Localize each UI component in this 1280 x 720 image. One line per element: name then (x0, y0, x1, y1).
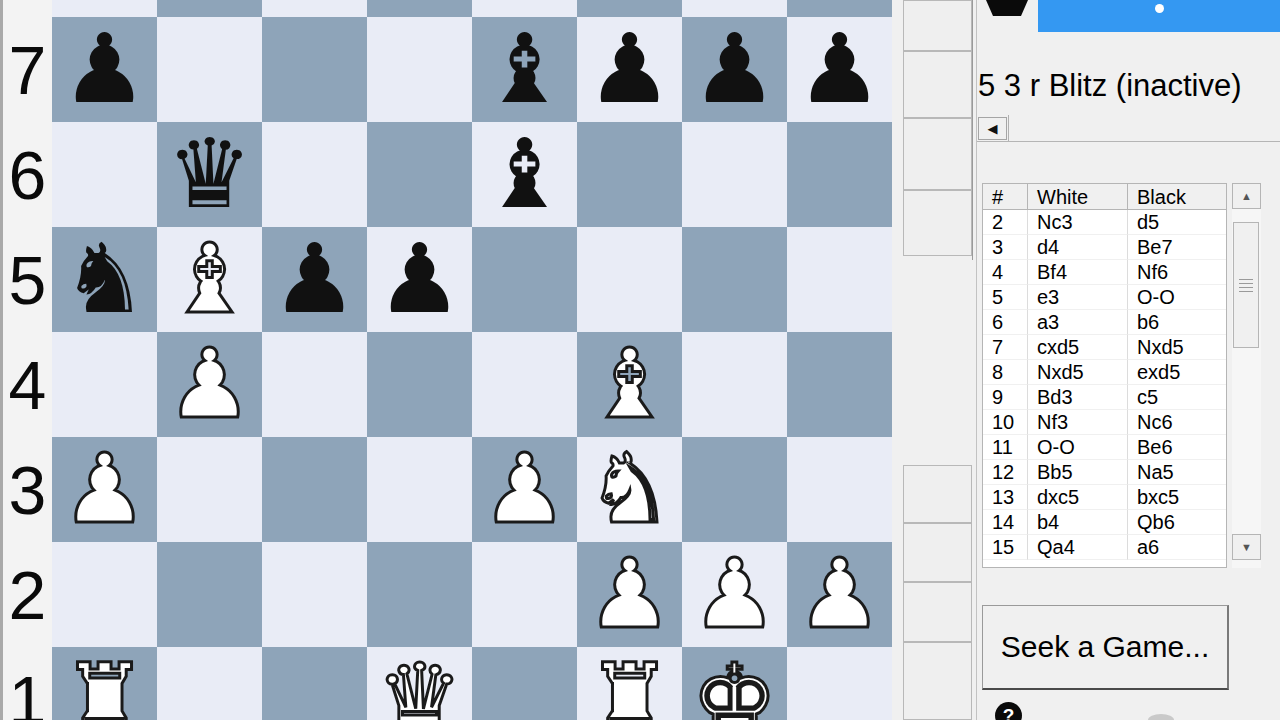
piece-white-pawn[interactable]: ♟ (586, 542, 672, 647)
black-move[interactable]: Qb6 (1128, 510, 1226, 535)
square-b1[interactable] (157, 647, 262, 720)
move-row-14[interactable]: 14b4Qb6 (983, 510, 1226, 535)
panel-divider (976, 0, 977, 720)
move-row-5[interactable]: 5e3O-O (983, 285, 1226, 310)
connection-status-button[interactable] (1038, 0, 1280, 32)
move-row-11[interactable]: 11O-OBe6 (983, 435, 1226, 460)
thumb-grip (1239, 283, 1253, 284)
square-h2[interactable]: ♟ (787, 542, 892, 647)
black-move[interactable]: c5 (1128, 385, 1226, 410)
thumb-grip (1239, 287, 1253, 288)
clipped-gray-icon (1148, 714, 1174, 720)
square-d5[interactable]: ♟ (367, 227, 472, 332)
move-number[interactable]: 14 (983, 510, 1028, 535)
piece-black-bishop[interactable]: ♝ (481, 17, 567, 122)
square-c1[interactable] (262, 647, 367, 720)
black-move[interactable]: Be7 (1128, 235, 1226, 260)
piece-white-bishop[interactable]: ♝ (586, 332, 672, 437)
move-row-9[interactable]: 9Bd3c5 (983, 385, 1226, 410)
tray-cell (903, 118, 972, 190)
move-row-13[interactable]: 13dxc5bxc5 (983, 485, 1226, 510)
square-d1[interactable]: ♛ (367, 647, 472, 720)
white-move[interactable]: e3 (1028, 285, 1128, 310)
move-number[interactable]: 11 (983, 435, 1028, 460)
square-h6[interactable] (787, 122, 892, 227)
move-number[interactable]: 13 (983, 485, 1028, 510)
square-b6[interactable]: ♛ (157, 122, 262, 227)
square-e1[interactable] (472, 647, 577, 720)
piece-white-queen[interactable]: ♛ (376, 647, 462, 720)
white-move[interactable]: dxc5 (1028, 485, 1128, 510)
square-c4[interactable] (262, 332, 367, 437)
piece-black-queen[interactable]: ♛ (166, 122, 252, 227)
white-move[interactable]: d4 (1028, 235, 1128, 260)
square-a6[interactable] (52, 122, 157, 227)
piece-white-rook[interactable]: ♜ (61, 647, 147, 720)
rank-label-7: 7 (3, 17, 52, 122)
move-number[interactable]: 2 (983, 210, 1028, 235)
square-f6[interactable] (577, 122, 682, 227)
piece-white-pawn[interactable]: ♟ (691, 542, 777, 647)
piece-black-knight[interactable]: ♞ (61, 227, 147, 332)
rank-label-3: 3 (3, 437, 52, 542)
square-h3[interactable] (787, 437, 892, 542)
black-pawn-icon (982, 0, 1032, 16)
square-f7[interactable]: ♟ (577, 17, 682, 122)
piece-black-pawn[interactable]: ♟ (376, 227, 462, 332)
piece-white-pawn[interactable]: ♟ (796, 542, 882, 647)
square-d3[interactable] (367, 437, 472, 542)
square-b8[interactable] (157, 0, 262, 17)
square-a5[interactable]: ♞ (52, 227, 157, 332)
square-b3[interactable] (157, 437, 262, 542)
square-g4[interactable] (682, 332, 787, 437)
black-move[interactable]: Nf6 (1128, 260, 1226, 285)
white-move[interactable]: Nf3 (1028, 410, 1128, 435)
move-row-6[interactable]: 6a3b6 (983, 310, 1226, 335)
square-d4[interactable] (367, 332, 472, 437)
square-d7[interactable] (367, 17, 472, 122)
status-dot-icon (1155, 4, 1164, 13)
move-number[interactable]: 6 (983, 310, 1028, 335)
square-a4[interactable] (52, 332, 157, 437)
rank-label-2: 2 (3, 542, 52, 647)
piece-white-bishop[interactable]: ♝ (166, 227, 252, 332)
piece-black-pawn[interactable]: ♟ (796, 17, 882, 122)
square-d8[interactable] (367, 0, 472, 17)
scroll-up-button[interactable]: ▲ (1232, 183, 1261, 209)
square-g5[interactable] (682, 227, 787, 332)
move-number[interactable]: 7 (983, 335, 1028, 360)
piece-black-pawn[interactable]: ♟ (586, 17, 672, 122)
square-b5[interactable]: ♝ (157, 227, 262, 332)
white-move[interactable]: Bf4 (1028, 260, 1128, 285)
move-number[interactable]: 12 (983, 460, 1028, 485)
piece-white-pawn[interactable]: ♟ (166, 332, 252, 437)
move-row-4[interactable]: 4Bf4Nf6 (983, 260, 1226, 285)
white-move[interactable]: O-O (1028, 435, 1128, 460)
square-g7[interactable]: ♟ (682, 17, 787, 122)
square-b7[interactable] (157, 17, 262, 122)
square-g3[interactable] (682, 437, 787, 542)
move-row-8[interactable]: 8Nxd5exd5 (983, 360, 1226, 385)
piece-white-pawn[interactable]: ♟ (481, 437, 567, 542)
tray-cell (903, 465, 972, 523)
scroll-left-button[interactable]: ◀ (978, 117, 1007, 140)
tray-cell (903, 523, 972, 582)
move-number[interactable]: 8 (983, 360, 1028, 385)
move-number[interactable]: 15 (983, 535, 1028, 560)
white-move[interactable]: Bb5 (1028, 460, 1128, 485)
thumb-grip (1239, 291, 1253, 292)
move-row-7[interactable]: 7cxd5Nxd5 (983, 335, 1226, 360)
black-move[interactable]: exd5 (1128, 360, 1226, 385)
move-number[interactable]: 5 (983, 285, 1028, 310)
square-e5[interactable] (472, 227, 577, 332)
piece-white-pawn[interactable]: ♟ (61, 437, 147, 542)
black-move[interactable]: b6 (1128, 310, 1226, 335)
rank-label-1: 1 (3, 647, 52, 720)
chess-board[interactable]: ♜♜♚♟♝♟♟♟♛♝♞♝♟♟♟♝♟♟♞♟♟♟♜♛♜♚ (52, 0, 892, 720)
white-move[interactable]: Nc3 (1028, 210, 1128, 235)
piece-white-king[interactable]: ♚ (691, 647, 777, 720)
rank-label-8: 8 (3, 0, 52, 17)
black-move[interactable]: a6 (1128, 535, 1226, 560)
square-c6[interactable] (262, 122, 367, 227)
white-move[interactable]: b4 (1028, 510, 1128, 535)
square-c3[interactable] (262, 437, 367, 542)
header-black[interactable]: Black (1128, 184, 1226, 210)
left-arrow-icon: ◀ (988, 121, 998, 136)
header-move-number[interactable]: # (983, 184, 1028, 210)
seek-button-label: Seek a Game... (1001, 630, 1209, 664)
scrollbar-divider (1008, 115, 1009, 142)
black-move[interactable]: O-O (1128, 285, 1226, 310)
rank-label-6: 6 (3, 122, 52, 227)
square-f4[interactable]: ♝ (577, 332, 682, 437)
tray-cell (903, 582, 972, 642)
square-d2[interactable] (367, 542, 472, 647)
move-row-2[interactable]: 2Nc3d5 (983, 210, 1226, 235)
square-c2[interactable] (262, 542, 367, 647)
square-a1[interactable]: ♜ (52, 647, 157, 720)
piece-black-pawn[interactable]: ♟ (61, 17, 147, 122)
square-e6[interactable]: ♝ (472, 122, 577, 227)
black-move[interactable]: bxc5 (1128, 485, 1226, 510)
white-move[interactable]: Qa4 (1028, 535, 1128, 560)
black-move[interactable]: Na5 (1128, 460, 1226, 485)
scroll-down-button[interactable]: ▼ (1232, 534, 1261, 560)
move-row-15[interactable]: 15Qa4a6 (983, 535, 1226, 560)
move-list-table[interactable]: # White Black 2Nc3d53d4Be74Bf4Nf65e3O-O6… (982, 183, 1227, 568)
square-f2[interactable]: ♟ (577, 542, 682, 647)
move-list-scrollbar[interactable]: ▲ ▼ (1232, 183, 1261, 568)
header-white[interactable]: White (1028, 184, 1128, 210)
square-b2[interactable] (157, 542, 262, 647)
square-b4[interactable]: ♟ (157, 332, 262, 437)
scrollbar-thumb[interactable] (1233, 222, 1259, 348)
square-f5[interactable] (577, 227, 682, 332)
move-row-10[interactable]: 10Nf3Nc6 (983, 410, 1226, 435)
rank-label-4: 4 (3, 332, 52, 437)
black-move[interactable]: Be6 (1128, 435, 1226, 460)
rank-label-gutter: 87654321 (0, 0, 52, 720)
square-e4[interactable] (472, 332, 577, 437)
white-move[interactable]: cxd5 (1028, 335, 1128, 360)
square-e3[interactable]: ♟ (472, 437, 577, 542)
piece-black-pawn[interactable]: ♟ (691, 17, 777, 122)
square-h4[interactable] (787, 332, 892, 437)
move-row-3[interactable]: 3d4Be7 (983, 235, 1226, 260)
tray-cell (903, 190, 972, 256)
square-c8[interactable] (262, 0, 367, 17)
square-a3[interactable]: ♟ (52, 437, 157, 542)
square-g6[interactable] (682, 122, 787, 227)
tray-cell (903, 51, 972, 118)
square-d6[interactable] (367, 122, 472, 227)
move-list-header: # White Black (983, 184, 1226, 210)
square-c5[interactable]: ♟ (262, 227, 367, 332)
move-number[interactable]: 4 (983, 260, 1028, 285)
down-arrow-icon: ▼ (1241, 541, 1252, 553)
piece-black-pawn[interactable]: ♟ (271, 227, 357, 332)
move-row-12[interactable]: 12Bb5Na5 (983, 460, 1226, 485)
square-f3[interactable]: ♞ (577, 437, 682, 542)
black-move[interactable]: d5 (1128, 210, 1226, 235)
piece-white-knight[interactable]: ♞ (586, 437, 672, 542)
square-a7[interactable]: ♟ (52, 17, 157, 122)
white-move[interactable]: Nxd5 (1028, 360, 1128, 385)
piece-black-bishop[interactable]: ♝ (481, 122, 567, 227)
tray-right-border (972, 0, 973, 260)
square-g1[interactable]: ♚ (682, 647, 787, 720)
square-g2[interactable]: ♟ (682, 542, 787, 647)
white-move[interactable]: a3 (1028, 310, 1128, 335)
thumb-grip (1239, 279, 1253, 280)
square-e7[interactable]: ♝ (472, 17, 577, 122)
tray-cell (903, 0, 972, 51)
black-move[interactable]: Nc6 (1128, 410, 1226, 435)
square-h7[interactable]: ♟ (787, 17, 892, 122)
square-f1[interactable]: ♜ (577, 647, 682, 720)
piece-white-rook[interactable]: ♜ (586, 647, 672, 720)
square-e2[interactable] (472, 542, 577, 647)
panel-separator (977, 141, 1280, 142)
square-h1[interactable] (787, 647, 892, 720)
seek-a-game-button[interactable]: Seek a Game... (982, 605, 1229, 690)
move-number[interactable]: 9 (983, 385, 1028, 410)
circle-badge-icon[interactable]: ? (995, 702, 1022, 720)
up-arrow-icon: ▲ (1241, 190, 1252, 202)
square-h5[interactable] (787, 227, 892, 332)
white-move[interactable]: Bd3 (1028, 385, 1128, 410)
square-a2[interactable] (52, 542, 157, 647)
square-c7[interactable] (262, 17, 367, 122)
tray-cell (903, 642, 972, 720)
game-title: 5 3 r Blitz (inactive) (978, 68, 1278, 104)
move-number[interactable]: 10 (983, 410, 1028, 435)
rank-label-5: 5 (3, 227, 52, 332)
black-move[interactable]: Nxd5 (1128, 335, 1226, 360)
move-number[interactable]: 3 (983, 235, 1028, 260)
